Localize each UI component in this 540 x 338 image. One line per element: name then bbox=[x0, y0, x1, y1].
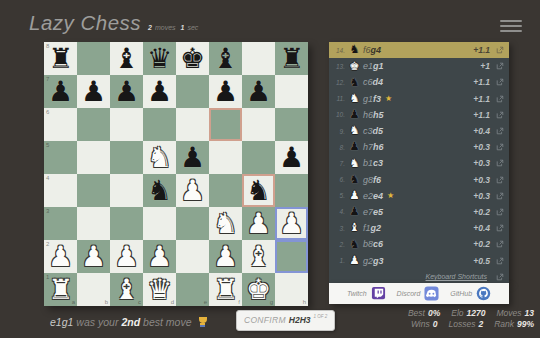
file-label: g bbox=[270, 299, 273, 305]
move-eval: +1.1 bbox=[473, 77, 490, 87]
black-pawn-icon: ♟ bbox=[348, 141, 361, 153]
square-a3[interactable]: 3 bbox=[44, 207, 77, 240]
star-icon: ★ bbox=[385, 94, 392, 103]
white-knight-icon: ♞ bbox=[348, 93, 361, 105]
square-h4[interactable] bbox=[275, 174, 308, 207]
square-h3[interactable]: ♟ bbox=[275, 207, 308, 240]
move-number: 10. bbox=[332, 111, 345, 118]
move-row-g1f3[interactable]: 11.♞g1f3★+1.1 bbox=[329, 91, 509, 107]
move-text: e1g1 bbox=[363, 61, 384, 71]
square-a2[interactable]: ♟2 bbox=[44, 240, 77, 273]
external-link-icon[interactable] bbox=[496, 192, 504, 200]
black-rook: ♜ bbox=[279, 45, 304, 73]
white-knight: ♞ bbox=[147, 144, 172, 172]
stat-label: Rank bbox=[494, 319, 514, 329]
stat-value: 13 bbox=[525, 308, 534, 318]
move-text: c6d4 bbox=[363, 77, 383, 87]
move-text: h7h6 bbox=[363, 142, 384, 152]
external-link-icon[interactable] bbox=[496, 224, 504, 232]
square-c8[interactable]: ♝ bbox=[110, 42, 143, 75]
move-text: g1f3 bbox=[363, 94, 381, 104]
trophy-icon bbox=[198, 317, 208, 328]
feedback-move: e1g1 bbox=[50, 316, 73, 328]
stats-line: Best0%Elo1270Moves13 bbox=[397, 308, 534, 319]
square-g4[interactable]: ♞ bbox=[242, 174, 275, 207]
black-pawn-icon: ♟ bbox=[348, 109, 361, 121]
black-pawn: ♟ bbox=[180, 144, 205, 172]
black-knight-icon: ♞ bbox=[348, 77, 361, 89]
square-d2[interactable]: ♟ bbox=[143, 240, 176, 273]
square-c7[interactable]: ♟ bbox=[110, 75, 143, 108]
move-row-g2g3[interactable]: 1.♟g2g3+0.5 bbox=[329, 252, 509, 268]
move-eval: +0.4 bbox=[473, 223, 490, 233]
stats-block: Best0%Elo1270Moves13Wins0Losses2Rank99% bbox=[397, 308, 534, 329]
move-text: e2e4 bbox=[363, 191, 383, 201]
move-eval: +1 bbox=[480, 61, 490, 71]
move-text: b8c6 bbox=[363, 239, 383, 249]
square-h6[interactable] bbox=[275, 108, 308, 141]
move-row-f1g2[interactable]: 3.♝f1g2+0.4 bbox=[329, 220, 509, 236]
move-eval: +0.3 bbox=[473, 191, 490, 201]
black-pawn: ♟ bbox=[279, 144, 304, 172]
external-link-icon[interactable] bbox=[496, 78, 504, 86]
square-a8[interactable]: ♜8 bbox=[44, 42, 77, 75]
external-link-icon[interactable] bbox=[496, 240, 504, 248]
external-link-icon[interactable] bbox=[496, 95, 504, 103]
black-knight-icon: ♞ bbox=[348, 239, 361, 251]
stat-label: Wins bbox=[411, 319, 430, 329]
stat-label: Best bbox=[408, 308, 425, 318]
square-h1[interactable]: h bbox=[275, 273, 308, 306]
confirm-step: 1 OF 2 bbox=[314, 314, 328, 319]
social-label: Twitch bbox=[347, 290, 367, 297]
square-b6[interactable] bbox=[77, 108, 110, 141]
white-rook: ♜ bbox=[48, 276, 73, 304]
square-b4[interactable] bbox=[77, 174, 110, 207]
white-pawn-icon: ♟ bbox=[348, 255, 361, 267]
stat-value: 0% bbox=[428, 308, 440, 318]
external-link-icon[interactable] bbox=[496, 46, 504, 54]
rank-label: 5 bbox=[46, 142, 49, 148]
white-pawn: ♟ bbox=[279, 210, 304, 238]
move-number: 2. bbox=[332, 241, 345, 248]
white-bishop: ♝ bbox=[246, 243, 271, 271]
stat-value: 2 bbox=[478, 319, 483, 329]
move-number: 5. bbox=[332, 192, 345, 199]
white-pawn: ♟ bbox=[246, 210, 271, 238]
black-pawn: ♟ bbox=[81, 78, 106, 106]
white-knight-icon: ♞ bbox=[348, 158, 361, 170]
white-king-icon: ♚ bbox=[348, 61, 361, 73]
social-label: Discord bbox=[397, 290, 421, 297]
move-row-h6h5[interactable]: 10.♟h6h5+1.1 bbox=[329, 107, 509, 123]
page-title: Lazy Chess 2 moves 1 sec bbox=[29, 11, 201, 35]
square-c1[interactable]: ♝c bbox=[110, 273, 143, 306]
social-label: GitHub bbox=[450, 290, 472, 297]
square-c5[interactable] bbox=[110, 141, 143, 174]
white-pawn: ♟ bbox=[147, 243, 172, 271]
square-e7[interactable] bbox=[176, 75, 209, 108]
white-knight: ♞ bbox=[213, 210, 238, 238]
stat-label: Moves bbox=[496, 308, 521, 318]
confirm-move-button[interactable]: CONFIRM H2H3 1 OF 2 bbox=[236, 310, 335, 331]
white-queen: ♛ bbox=[147, 276, 172, 304]
square-f5[interactable] bbox=[209, 141, 242, 174]
external-link-icon[interactable] bbox=[496, 127, 504, 135]
white-king: ♚ bbox=[246, 276, 271, 304]
file-label: d bbox=[171, 299, 174, 305]
square-f2[interactable]: ♟ bbox=[209, 240, 242, 273]
square-e4[interactable]: ♟ bbox=[176, 174, 209, 207]
black-pawn: ♟ bbox=[147, 78, 172, 106]
chess-board: ♜8♝♛♚♝♜♟7♟♟♟♟♟65♞♟♟4♞♟♞3♞♟♟♟2♟♟♟♟♝♜1ab♝c… bbox=[44, 42, 308, 306]
move-eval: +1.1 bbox=[473, 94, 490, 104]
black-knight: ♞ bbox=[246, 177, 271, 205]
rank-label: 3 bbox=[46, 208, 49, 214]
move-row-e7e5[interactable]: 4.♟e7e5+0.2 bbox=[329, 204, 509, 220]
move-feedback: e1g1 was your 2nd best move bbox=[50, 312, 208, 332]
move-eval: +1.1 bbox=[473, 45, 490, 55]
square-f3[interactable]: ♞ bbox=[209, 207, 242, 240]
square-d7[interactable]: ♟ bbox=[143, 75, 176, 108]
move-text: h6h5 bbox=[363, 110, 384, 120]
square-e6[interactable] bbox=[176, 108, 209, 141]
menu-icon[interactable] bbox=[500, 17, 522, 35]
black-pawn: ♟ bbox=[114, 78, 139, 106]
square-h7[interactable] bbox=[275, 75, 308, 108]
move-row-b1c3[interactable]: 7.♞b1c3+0.3 bbox=[329, 155, 509, 171]
square-d4[interactable]: ♞ bbox=[143, 174, 176, 207]
move-text: e7e5 bbox=[363, 207, 383, 217]
confirm-move-text: H2H3 bbox=[289, 315, 311, 325]
lazy-chess-app: Lazy Chess 2 moves 1 sec ♜8♝♛♚♝♜♟7♟♟♟♟♟6… bbox=[0, 0, 540, 338]
square-c4[interactable] bbox=[110, 174, 143, 207]
white-knight-icon: ♞ bbox=[348, 125, 361, 137]
move-number: 3. bbox=[332, 225, 345, 232]
black-knight-icon: ♞ bbox=[348, 44, 361, 56]
square-c3[interactable] bbox=[110, 207, 143, 240]
stat-value: 1270 bbox=[467, 308, 486, 318]
white-pawn: ♟ bbox=[213, 243, 238, 271]
square-d5[interactable]: ♞ bbox=[143, 141, 176, 174]
move-row-f6g4[interactable]: 14.♞f6g4+1.1 bbox=[329, 42, 509, 58]
stat-value: 0 bbox=[433, 319, 438, 329]
move-row-g8f6[interactable]: 6.♞g8f6+0.3 bbox=[329, 172, 509, 188]
square-c2[interactable]: ♟ bbox=[110, 240, 143, 273]
move-row-h7h6[interactable]: 8.♟h7h6+0.3 bbox=[329, 139, 509, 155]
move-row-c3d5[interactable]: 9.♞c3d5+0.4 bbox=[329, 123, 509, 139]
square-a7[interactable]: ♟7 bbox=[44, 75, 77, 108]
black-pawn-icon: ♟ bbox=[348, 206, 361, 218]
square-f1[interactable]: ♜f bbox=[209, 273, 242, 306]
square-g8[interactable] bbox=[242, 42, 275, 75]
rank-label: 7 bbox=[46, 76, 49, 82]
move-number: 8. bbox=[332, 144, 345, 151]
move-number: 4. bbox=[332, 208, 345, 215]
file-label: a bbox=[72, 299, 75, 305]
file-label: c bbox=[138, 299, 141, 305]
white-bishop-icon: ♝ bbox=[348, 222, 361, 234]
white-pawn-icon: ♟ bbox=[348, 190, 361, 202]
move-row-b8c6[interactable]: 2.♞b8c6+0.2 bbox=[329, 236, 509, 252]
black-pawn: ♟ bbox=[246, 78, 271, 106]
move-number: 7. bbox=[332, 160, 345, 167]
square-e3[interactable] bbox=[176, 207, 209, 240]
move-eval: +0.2 bbox=[473, 207, 490, 217]
square-e2[interactable] bbox=[176, 240, 209, 273]
move-number: 11. bbox=[332, 95, 345, 102]
app-subtitle: 2 moves 1 sec bbox=[148, 24, 201, 31]
square-f7[interactable]: ♟ bbox=[209, 75, 242, 108]
rank-label: 2 bbox=[46, 241, 49, 247]
square-d3[interactable] bbox=[143, 207, 176, 240]
white-pawn: ♟ bbox=[180, 177, 205, 205]
square-g6[interactable] bbox=[242, 108, 275, 141]
move-eval: +0.2 bbox=[473, 239, 490, 249]
move-eval: +0.5 bbox=[473, 256, 490, 266]
square-e8[interactable]: ♚ bbox=[176, 42, 209, 75]
square-b3[interactable] bbox=[77, 207, 110, 240]
black-knight-icon: ♞ bbox=[348, 174, 361, 186]
black-pawn: ♟ bbox=[48, 78, 73, 106]
app-title: Lazy Chess bbox=[29, 11, 141, 35]
square-b8[interactable] bbox=[77, 42, 110, 75]
black-king: ♚ bbox=[180, 45, 205, 73]
move-number: 12. bbox=[332, 79, 345, 86]
move-number: 13. bbox=[332, 63, 345, 70]
external-link-icon[interactable] bbox=[496, 176, 504, 184]
square-e5[interactable]: ♟ bbox=[176, 141, 209, 174]
file-label: b bbox=[105, 299, 108, 305]
square-g2[interactable]: ♝ bbox=[242, 240, 275, 273]
github-link[interactable]: GitHub bbox=[450, 286, 491, 301]
white-bishop: ♝ bbox=[114, 276, 139, 304]
square-g7[interactable]: ♟ bbox=[242, 75, 275, 108]
square-d8[interactable]: ♛ bbox=[143, 42, 176, 75]
move-text: b1c3 bbox=[363, 158, 383, 168]
move-text: f1g2 bbox=[363, 223, 381, 233]
white-rook: ♜ bbox=[213, 276, 238, 304]
rank-label: 4 bbox=[46, 175, 49, 181]
square-h8[interactable]: ♜ bbox=[275, 42, 308, 75]
white-pawn: ♟ bbox=[48, 243, 73, 271]
rank-label: 1 bbox=[46, 274, 49, 280]
external-link-icon[interactable] bbox=[496, 62, 504, 70]
external-link-icon[interactable] bbox=[496, 143, 504, 151]
move-row-c6d4[interactable]: 12.♞c6d4+1.1 bbox=[329, 74, 509, 90]
move-number: 6. bbox=[332, 176, 345, 183]
twitch-logo-icon bbox=[371, 286, 386, 301]
move-list-panel: 14.♞f6g4+1.113.♚e1g1+112.♞c6d4+1.111.♞g1… bbox=[329, 42, 509, 283]
square-e1[interactable]: e bbox=[176, 273, 209, 306]
black-pawn: ♟ bbox=[213, 78, 238, 106]
stats-line: Wins0Losses2Rank99% bbox=[397, 319, 534, 330]
file-label: h bbox=[303, 299, 306, 305]
square-b5[interactable] bbox=[77, 141, 110, 174]
file-label: f bbox=[238, 299, 240, 305]
github-logo-icon bbox=[476, 286, 491, 301]
move-text: c3d5 bbox=[363, 126, 383, 136]
rank-label: 6 bbox=[46, 109, 49, 115]
square-c6[interactable] bbox=[110, 108, 143, 141]
square-f8[interactable]: ♝ bbox=[209, 42, 242, 75]
square-g1[interactable]: ♚g bbox=[242, 273, 275, 306]
square-g5[interactable] bbox=[242, 141, 275, 174]
square-d1[interactable]: ♛d bbox=[143, 273, 176, 306]
external-link-icon bbox=[496, 273, 504, 281]
move-text: g2g3 bbox=[363, 256, 384, 266]
white-pawn: ♟ bbox=[81, 243, 106, 271]
external-link-icon[interactable] bbox=[496, 159, 504, 167]
move-eval: +0.3 bbox=[473, 175, 490, 185]
move-row-e2e4[interactable]: 5.♟e2e4★+0.3 bbox=[329, 188, 509, 204]
black-bishop: ♝ bbox=[114, 45, 139, 73]
discord-logo-icon bbox=[424, 286, 439, 301]
black-knight: ♞ bbox=[147, 177, 172, 205]
file-label: e bbox=[204, 299, 207, 305]
move-number: 1. bbox=[332, 257, 345, 264]
discord-link[interactable]: Discord bbox=[397, 286, 440, 301]
square-b2[interactable]: ♟ bbox=[77, 240, 110, 273]
external-link-icon[interactable] bbox=[496, 257, 504, 265]
move-row-e1g1[interactable]: 13.♚e1g1+1 bbox=[329, 58, 509, 74]
square-a5[interactable]: 5 bbox=[44, 141, 77, 174]
square-a6[interactable]: 6 bbox=[44, 108, 77, 141]
move-number: 9. bbox=[332, 128, 345, 135]
move-text: f6g4 bbox=[363, 45, 381, 55]
move-number: 14. bbox=[332, 47, 345, 54]
move-eval: +0.3 bbox=[473, 158, 490, 168]
square-d6[interactable] bbox=[143, 108, 176, 141]
star-icon: ★ bbox=[387, 191, 394, 200]
square-f4[interactable] bbox=[209, 174, 242, 207]
keyboard-shortcuts-link[interactable]: Keyboard Shortcuts bbox=[329, 270, 509, 283]
feedback-rank: 2nd bbox=[121, 316, 140, 328]
move-text: g8f6 bbox=[363, 175, 381, 185]
black-queen: ♛ bbox=[147, 45, 172, 73]
square-f6[interactable] bbox=[209, 108, 242, 141]
square-g3[interactable]: ♟ bbox=[242, 207, 275, 240]
black-rook: ♜ bbox=[48, 45, 73, 73]
move-eval: +1.1 bbox=[473, 110, 490, 120]
move-eval: +0.4 bbox=[473, 126, 490, 136]
square-a1[interactable]: ♜1a bbox=[44, 273, 77, 306]
twitch-link[interactable]: Twitch bbox=[347, 286, 386, 301]
stat-value: 99% bbox=[517, 319, 534, 329]
move-eval: +0.3 bbox=[473, 142, 490, 152]
rank-label: 8 bbox=[46, 43, 49, 49]
square-a4[interactable]: 4 bbox=[44, 174, 77, 207]
stat-label: Losses bbox=[448, 319, 475, 329]
square-b7[interactable]: ♟ bbox=[77, 75, 110, 108]
external-link-icon[interactable] bbox=[496, 208, 504, 216]
square-b1[interactable]: b bbox=[77, 273, 110, 306]
stat-label: Elo bbox=[451, 308, 463, 318]
white-pawn: ♟ bbox=[114, 243, 139, 271]
social-bar: TwitchDiscordGitHub bbox=[329, 283, 509, 304]
black-bishop: ♝ bbox=[213, 45, 238, 73]
square-h2[interactable] bbox=[275, 240, 308, 273]
external-link-icon[interactable] bbox=[496, 111, 504, 119]
square-h5[interactable]: ♟ bbox=[275, 141, 308, 174]
